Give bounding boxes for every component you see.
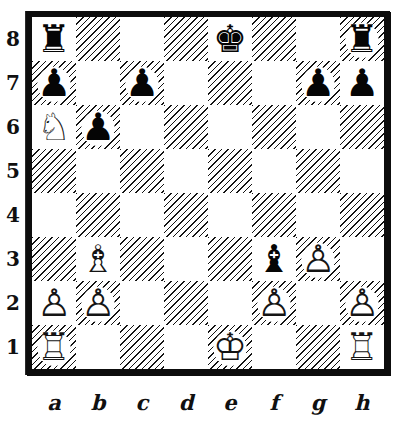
white-rook-h1: ♖ xyxy=(340,325,384,369)
square-d8 xyxy=(164,17,208,61)
square-e5 xyxy=(208,149,252,193)
square-h4 xyxy=(340,193,384,237)
square-e6 xyxy=(208,105,252,149)
square-f3: ♝ xyxy=(252,237,296,281)
square-c1 xyxy=(120,325,164,369)
square-e7 xyxy=(208,61,252,105)
rank-label-2: 2 xyxy=(2,281,24,325)
square-d3 xyxy=(164,237,208,281)
square-c6 xyxy=(120,105,164,149)
square-h3 xyxy=(340,237,384,281)
square-e1: ♔ xyxy=(208,325,252,369)
square-c3 xyxy=(120,237,164,281)
square-g4 xyxy=(296,193,340,237)
square-f6 xyxy=(252,105,296,149)
white-pawn-f2: ♙ xyxy=(252,281,296,325)
square-e4 xyxy=(208,193,252,237)
square-b5 xyxy=(76,149,120,193)
rank-labels: 87654321 xyxy=(2,17,24,369)
square-f5 xyxy=(252,149,296,193)
rank-label-5: 5 xyxy=(2,149,24,193)
square-a4 xyxy=(32,193,76,237)
square-a1: ♖ xyxy=(32,325,76,369)
square-g3: ♙ xyxy=(296,237,340,281)
white-pawn-h2: ♙ xyxy=(340,281,384,325)
rank-label-3: 3 xyxy=(2,237,24,281)
file-label-g: g xyxy=(296,386,340,418)
square-b7 xyxy=(76,61,120,105)
square-h5 xyxy=(340,149,384,193)
square-b2: ♙ xyxy=(76,281,120,325)
file-label-d: d xyxy=(164,386,208,418)
file-label-f: f xyxy=(252,386,296,418)
square-d1 xyxy=(164,325,208,369)
white-pawn-a2: ♙ xyxy=(32,281,76,325)
square-d5 xyxy=(164,149,208,193)
black-bishop-f3: ♝ xyxy=(252,237,296,281)
chess-board: ♜♚♜♟♟♟♟♘♟♗♝♙♙♙♙♙♖♔♖ xyxy=(32,17,384,369)
black-pawn-g7: ♟ xyxy=(296,61,340,105)
square-h7: ♟ xyxy=(340,61,384,105)
square-a7: ♟ xyxy=(32,61,76,105)
square-a3 xyxy=(32,237,76,281)
file-label-b: b xyxy=(76,386,120,418)
square-g7: ♟ xyxy=(296,61,340,105)
white-knight-a6: ♘ xyxy=(32,105,76,149)
square-h1: ♖ xyxy=(340,325,384,369)
square-f8 xyxy=(252,17,296,61)
black-pawn-a7: ♟ xyxy=(32,61,76,105)
square-c4 xyxy=(120,193,164,237)
rank-label-1: 1 xyxy=(2,325,24,369)
square-b8 xyxy=(76,17,120,61)
file-label-e: e xyxy=(208,386,252,418)
file-labels: abcdefgh xyxy=(32,386,384,418)
square-a2: ♙ xyxy=(32,281,76,325)
square-c5 xyxy=(120,149,164,193)
square-d7 xyxy=(164,61,208,105)
rank-label-8: 8 xyxy=(2,17,24,61)
square-b4 xyxy=(76,193,120,237)
square-h8: ♜ xyxy=(340,17,384,61)
board-frame: ♜♚♜♟♟♟♟♘♟♗♝♙♙♙♙♙♖♔♖ xyxy=(26,11,390,375)
square-g1 xyxy=(296,325,340,369)
black-pawn-c7: ♟ xyxy=(120,61,164,105)
black-king-e8: ♚ xyxy=(208,17,252,61)
black-rook-a8: ♜ xyxy=(32,17,76,61)
square-h2: ♙ xyxy=(340,281,384,325)
square-f4 xyxy=(252,193,296,237)
square-f2: ♙ xyxy=(252,281,296,325)
rank-label-4: 4 xyxy=(2,193,24,237)
square-a6: ♘ xyxy=(32,105,76,149)
square-b6: ♟ xyxy=(76,105,120,149)
square-d6 xyxy=(164,105,208,149)
file-label-h: h xyxy=(340,386,384,418)
black-pawn-h7: ♟ xyxy=(340,61,384,105)
square-h6 xyxy=(340,105,384,149)
white-rook-a1: ♖ xyxy=(32,325,76,369)
chess-diagram-page: 87654321 ♜♚♜♟♟♟♟♘♟♗♝♙♙♙♙♙♖♔♖ abcdefgh xyxy=(0,0,401,422)
file-label-c: c xyxy=(120,386,164,418)
square-f1 xyxy=(252,325,296,369)
square-d2 xyxy=(164,281,208,325)
file-label-a: a xyxy=(32,386,76,418)
square-c8 xyxy=(120,17,164,61)
square-b3: ♗ xyxy=(76,237,120,281)
white-pawn-b2: ♙ xyxy=(76,281,120,325)
square-b1 xyxy=(76,325,120,369)
black-rook-h8: ♜ xyxy=(340,17,384,61)
rank-label-6: 6 xyxy=(2,105,24,149)
square-c7: ♟ xyxy=(120,61,164,105)
white-pawn-g3: ♙ xyxy=(296,237,340,281)
square-e2 xyxy=(208,281,252,325)
square-a8: ♜ xyxy=(32,17,76,61)
white-bishop-b3: ♗ xyxy=(76,237,120,281)
square-f7 xyxy=(252,61,296,105)
square-e8: ♚ xyxy=(208,17,252,61)
square-g6 xyxy=(296,105,340,149)
square-d4 xyxy=(164,193,208,237)
rank-label-7: 7 xyxy=(2,61,24,105)
white-king-e1: ♔ xyxy=(208,325,252,369)
square-a5 xyxy=(32,149,76,193)
square-g5 xyxy=(296,149,340,193)
black-pawn-b6: ♟ xyxy=(76,105,120,149)
square-e3 xyxy=(208,237,252,281)
square-g8 xyxy=(296,17,340,61)
square-g2 xyxy=(296,281,340,325)
square-c2 xyxy=(120,281,164,325)
